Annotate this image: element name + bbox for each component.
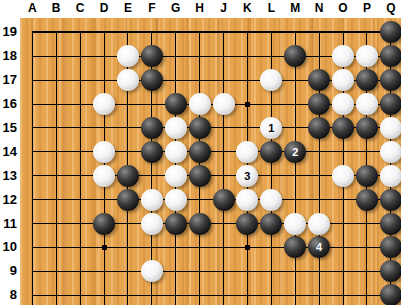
col-label-D: D [95, 1, 113, 15]
stone-white-N11[interactable] [308, 213, 330, 235]
grid-line-row-10 [32, 247, 401, 248]
stone-black-O15[interactable] [332, 117, 354, 139]
grid-line-col-C [80, 31, 81, 305]
stone-black-P15[interactable] [356, 117, 378, 139]
stone-white-G12[interactable] [165, 189, 187, 211]
col-label-C: C [71, 1, 89, 15]
row-label-14: 14 [0, 145, 17, 159]
stone-white-F11[interactable] [141, 213, 163, 235]
stone-white-O16[interactable] [332, 93, 354, 115]
stone-white-H16[interactable] [189, 93, 211, 115]
move-number-label-1: 1 [268, 122, 274, 134]
col-label-M: M [286, 1, 304, 15]
stone-white-D13[interactable] [93, 165, 115, 187]
stone-black-F17[interactable] [141, 69, 163, 91]
stone-black-Q16[interactable] [380, 93, 401, 115]
stone-white-F9[interactable] [141, 260, 163, 282]
row-label-16: 16 [0, 97, 17, 111]
stone-white-L12[interactable] [260, 189, 282, 211]
grid-line-row-9 [32, 271, 401, 272]
stone-black-Q8[interactable] [380, 284, 401, 305]
stone-black-M14[interactable]: 2 [284, 141, 306, 163]
move-number-label-3: 3 [244, 170, 250, 182]
stone-white-J16[interactable] [213, 93, 235, 115]
grid-line-row-14 [32, 151, 401, 152]
col-label-J: J [215, 1, 233, 15]
stone-white-F12[interactable] [141, 189, 163, 211]
col-label-K: K [238, 1, 256, 15]
grid-line-row-11 [32, 223, 401, 224]
stone-black-N16[interactable] [308, 93, 330, 115]
stone-black-H14[interactable] [189, 141, 211, 163]
stone-white-E17[interactable] [117, 69, 139, 91]
go-diagram: ABCDEFGHJKLMNOPQ1918171615141312111098 2… [0, 0, 401, 305]
stone-white-D14[interactable] [93, 141, 115, 163]
stone-black-Q18[interactable] [380, 45, 401, 67]
star-point-K10 [245, 245, 250, 250]
stone-black-G11[interactable] [165, 213, 187, 235]
stone-black-J12[interactable] [213, 189, 235, 211]
stone-white-K13[interactable]: 3 [236, 165, 258, 187]
grid-line-col-B [56, 31, 57, 305]
col-label-O: O [334, 1, 352, 15]
stone-white-E18[interactable] [117, 45, 139, 67]
stone-white-K12[interactable] [236, 189, 258, 211]
grid-line-col-J [223, 31, 224, 305]
col-label-F: F [143, 1, 161, 15]
stone-white-Q13[interactable] [380, 165, 401, 187]
row-label-19: 19 [0, 25, 17, 39]
star-point-D10 [102, 245, 107, 250]
col-label-E: E [119, 1, 137, 15]
col-label-H: H [191, 1, 209, 15]
stone-black-Q11[interactable] [380, 213, 401, 235]
row-label-9: 9 [0, 264, 17, 278]
stone-black-N15[interactable] [308, 117, 330, 139]
grid-line-row-8 [32, 295, 401, 296]
stone-black-F14[interactable] [141, 141, 163, 163]
stone-black-F18[interactable] [141, 45, 163, 67]
move-number-label-4: 4 [316, 241, 322, 253]
stone-black-L14[interactable] [260, 141, 282, 163]
stone-white-D16[interactable] [93, 93, 115, 115]
col-label-L: L [262, 1, 280, 15]
grid-line-row-19 [32, 31, 401, 33]
row-label-12: 12 [0, 193, 17, 207]
stone-white-O17[interactable] [332, 69, 354, 91]
col-label-G: G [167, 1, 185, 15]
stone-black-H15[interactable] [189, 117, 211, 139]
stone-black-G16[interactable] [165, 93, 187, 115]
row-label-10: 10 [0, 240, 17, 254]
stone-white-G13[interactable] [165, 165, 187, 187]
stone-black-E13[interactable] [117, 165, 139, 187]
stone-black-K11[interactable] [236, 213, 258, 235]
move-number-label-2: 2 [292, 146, 298, 158]
stone-black-Q12[interactable] [380, 189, 401, 211]
row-label-17: 17 [0, 73, 17, 87]
stone-black-H11[interactable] [189, 213, 211, 235]
col-label-P: P [358, 1, 376, 15]
stone-black-L11[interactable] [260, 213, 282, 235]
row-label-15: 15 [0, 121, 17, 135]
col-label-B: B [47, 1, 65, 15]
stone-black-Q17[interactable] [380, 69, 401, 91]
col-label-N: N [310, 1, 328, 15]
stone-black-Q19[interactable] [380, 21, 401, 43]
stone-white-P18[interactable] [356, 45, 378, 67]
row-label-11: 11 [0, 217, 17, 231]
stone-white-P16[interactable] [356, 93, 378, 115]
stone-black-D11[interactable] [93, 213, 115, 235]
row-label-18: 18 [0, 49, 17, 63]
stone-black-F15[interactable] [141, 117, 163, 139]
stone-white-O13[interactable] [332, 165, 354, 187]
col-label-Q: Q [382, 1, 400, 15]
stone-black-H13[interactable] [189, 165, 211, 187]
stone-white-Q14[interactable] [380, 141, 401, 163]
col-label-A: A [23, 1, 41, 15]
stone-black-Q10[interactable] [380, 236, 401, 258]
stone-black-P13[interactable] [356, 165, 378, 187]
row-label-13: 13 [0, 169, 17, 183]
star-point-K16 [245, 102, 250, 107]
stone-white-G15[interactable] [165, 117, 187, 139]
stone-black-Q9[interactable] [380, 260, 401, 282]
stone-black-P17[interactable] [356, 69, 378, 91]
stone-white-M11[interactable] [284, 213, 306, 235]
stone-white-Q15[interactable] [380, 117, 401, 139]
stone-black-P12[interactable] [356, 189, 378, 211]
grid-line-col-M [295, 31, 296, 305]
row-label-8: 8 [0, 288, 17, 302]
grid-line-col-A [32, 31, 33, 305]
stone-black-E12[interactable] [117, 189, 139, 211]
stone-white-G14[interactable] [165, 141, 187, 163]
